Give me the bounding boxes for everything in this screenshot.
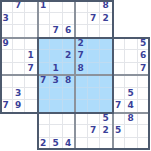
cell-r10c8[interactable]: [88, 113, 101, 126]
cell-r12c10[interactable]: [113, 138, 126, 151]
cell-r2c6[interactable]: [63, 13, 76, 26]
cell-r6c4[interactable]: [38, 63, 51, 76]
cell-r12c7[interactable]: [75, 138, 88, 151]
cell-r2c3[interactable]: [25, 13, 38, 26]
cell-r1c6[interactable]: [63, 0, 76, 13]
cell-r5c5[interactable]: [50, 50, 63, 63]
cell-r12c5[interactable]: 5: [50, 138, 63, 151]
cell-r6c11[interactable]: [125, 63, 138, 76]
cell-r8c9[interactable]: [100, 88, 113, 101]
cell-r4c6[interactable]: [63, 38, 76, 51]
cell-r5c4[interactable]: [38, 50, 51, 63]
cell-r10c1: [0, 113, 13, 126]
cell-r5c11[interactable]: [125, 50, 138, 63]
cell-r3c10: [113, 25, 126, 38]
cell-r11c4[interactable]: [38, 125, 51, 138]
cell-r12c12[interactable]: [138, 138, 151, 151]
cell-r1c12: [138, 0, 151, 13]
cell-r7c10[interactable]: [113, 75, 126, 88]
cell-r1c11: [125, 0, 138, 13]
cell-r1c4[interactable]: 1: [38, 0, 51, 13]
cell-r4c3[interactable]: [25, 38, 38, 51]
cell-r8c5[interactable]: [50, 88, 63, 101]
cell-r4c9[interactable]: [100, 38, 113, 51]
cell-r10c7[interactable]: [75, 113, 88, 126]
cell-r9c3[interactable]: [25, 100, 38, 113]
cell-r8c10[interactable]: [113, 88, 126, 101]
cell-r11c11[interactable]: [125, 125, 138, 138]
cell-r6c1[interactable]: [0, 63, 13, 76]
cell-r2c11: [125, 13, 138, 26]
cell-r9c11[interactable]: 4: [125, 100, 138, 113]
cell-r5c7[interactable]: 7: [75, 50, 88, 63]
cell-r5c10[interactable]: [113, 50, 126, 63]
cell-r1c1[interactable]: [0, 0, 13, 13]
cell-r6c8[interactable]: [88, 63, 101, 76]
cell-r10c6[interactable]: [63, 113, 76, 126]
cell-r5c6[interactable]: 2: [63, 50, 76, 63]
cell-r12c9[interactable]: [100, 138, 113, 151]
sudoku-board: 718372769251276718773835797458725254: [0, 0, 150, 150]
cell-r8c2[interactable]: 3: [13, 88, 26, 101]
cell-r11c1: [0, 125, 13, 138]
cell-r11c12[interactable]: [138, 125, 151, 138]
cell-r7c12[interactable]: [138, 75, 151, 88]
cell-r4c11[interactable]: [125, 38, 138, 51]
cell-r1c8[interactable]: [88, 0, 101, 13]
cell-r3c12: [138, 25, 151, 38]
cell-r3c2[interactable]: [13, 25, 26, 38]
cell-r4c10[interactable]: [113, 38, 126, 51]
cell-r12c2: [13, 138, 26, 151]
cell-r12c6[interactable]: 4: [63, 138, 76, 151]
cell-r6c9[interactable]: [100, 63, 113, 76]
cell-r9c2[interactable]: 9: [13, 100, 26, 113]
cell-r1c7[interactable]: [75, 0, 88, 13]
cell-r7c11[interactable]: [125, 75, 138, 88]
cell-r5c9[interactable]: [100, 50, 113, 63]
cell-r9c9[interactable]: [100, 100, 113, 113]
cell-r12c8[interactable]: [88, 138, 101, 151]
cell-r6c7[interactable]: 8: [75, 63, 88, 76]
cell-r11c5[interactable]: [50, 125, 63, 138]
cell-r8c12[interactable]: [138, 88, 151, 101]
cell-r1c2[interactable]: 7: [13, 0, 26, 13]
cell-r6c5[interactable]: 1: [50, 63, 63, 76]
cell-r5c3[interactable]: 1: [25, 50, 38, 63]
cell-r7c1[interactable]: [0, 75, 13, 88]
cell-r2c12: [138, 13, 151, 26]
cell-r7c2[interactable]: [13, 75, 26, 88]
cell-r10c5[interactable]: [50, 113, 63, 126]
cell-r10c3: [25, 113, 38, 126]
cell-r4c7[interactable]: 2: [75, 38, 88, 51]
cell-r3c8[interactable]: [88, 25, 101, 38]
cell-r12c11[interactable]: [125, 138, 138, 151]
cell-r7c3[interactable]: [25, 75, 38, 88]
cell-r12c4[interactable]: 2: [38, 138, 51, 151]
cell-r1c5[interactable]: [50, 0, 63, 13]
cell-r12c3: [25, 138, 38, 151]
cell-r3c5[interactable]: 7: [50, 25, 63, 38]
cell-r6c2[interactable]: [13, 63, 26, 76]
cell-r6c3[interactable]: 7: [25, 63, 38, 76]
cell-r6c6[interactable]: [63, 63, 76, 76]
cell-r3c7[interactable]: [75, 25, 88, 38]
cell-r4c1[interactable]: 9: [0, 38, 13, 51]
cell-r10c4[interactable]: [38, 113, 51, 126]
cell-r2c5[interactable]: [50, 13, 63, 26]
cell-r3c3[interactable]: [25, 25, 38, 38]
cell-r4c5[interactable]: [50, 38, 63, 51]
cell-r7c9[interactable]: [100, 75, 113, 88]
cell-r3c11: [125, 25, 138, 38]
cell-r9c5[interactable]: [50, 100, 63, 113]
cell-r6c10[interactable]: [113, 63, 126, 76]
cell-r7c7[interactable]: [75, 75, 88, 88]
cell-r2c7[interactable]: [75, 13, 88, 26]
cell-r9c10[interactable]: 7: [113, 100, 126, 113]
cell-r5c1[interactable]: [0, 50, 13, 63]
cell-r7c4[interactable]: 7: [38, 75, 51, 88]
cell-grid: 718372769251276718773835797458725254: [0, 0, 150, 150]
cell-r10c2: [13, 113, 26, 126]
cell-r7c5[interactable]: 3: [50, 75, 63, 88]
cell-r8c1[interactable]: [0, 88, 13, 101]
cell-r1c3[interactable]: [25, 0, 38, 13]
cell-r7c8[interactable]: [88, 75, 101, 88]
cell-r4c8[interactable]: [88, 38, 101, 51]
cell-r2c2[interactable]: [13, 13, 26, 26]
cell-r11c6[interactable]: [63, 125, 76, 138]
cell-r11c2: [13, 125, 26, 138]
cell-r11c9[interactable]: 2: [100, 125, 113, 138]
cell-r9c1[interactable]: 7: [0, 100, 13, 113]
cell-r8c3[interactable]: [25, 88, 38, 101]
cell-r11c3: [25, 125, 38, 138]
cell-r3c6[interactable]: 6: [63, 25, 76, 38]
cell-r11c10[interactable]: 5: [113, 125, 126, 138]
cell-r10c10[interactable]: [113, 113, 126, 126]
cell-r2c9[interactable]: 2: [100, 13, 113, 26]
cell-r8c7[interactable]: [75, 88, 88, 101]
cell-r1c10: [113, 0, 126, 13]
cell-r10c9[interactable]: 5: [100, 113, 113, 126]
cell-r7c6[interactable]: 8: [63, 75, 76, 88]
cell-r2c10: [113, 13, 126, 26]
cell-r9c8[interactable]: [88, 100, 101, 113]
cell-r9c12[interactable]: [138, 100, 151, 113]
cell-r8c6[interactable]: [63, 88, 76, 101]
cell-r8c11[interactable]: 5: [125, 88, 138, 101]
cell-r11c8[interactable]: 7: [88, 125, 101, 138]
cell-r5c12[interactable]: 6: [138, 50, 151, 63]
cell-r4c2[interactable]: [13, 38, 26, 51]
cell-r9c4[interactable]: [38, 100, 51, 113]
cell-r3c1[interactable]: [0, 25, 13, 38]
cell-r10c11[interactable]: 8: [125, 113, 138, 126]
cell-r9c7[interactable]: [75, 100, 88, 113]
cell-r6c12[interactable]: 7: [138, 63, 151, 76]
cell-r2c1[interactable]: 3: [0, 13, 13, 26]
cell-r5c2[interactable]: [13, 50, 26, 63]
cell-r12c1: [0, 138, 13, 151]
cell-r2c4[interactable]: [38, 13, 51, 26]
cell-r9c6[interactable]: [63, 100, 76, 113]
cell-r5c8[interactable]: [88, 50, 101, 63]
cell-r1c9[interactable]: 8: [100, 0, 113, 13]
cell-r3c9[interactable]: [100, 25, 113, 38]
cell-r11c7[interactable]: [75, 125, 88, 138]
cell-r2c8[interactable]: 7: [88, 13, 101, 26]
cell-r4c12[interactable]: 5: [138, 38, 151, 51]
cell-r8c8[interactable]: [88, 88, 101, 101]
cell-r3c4[interactable]: [38, 25, 51, 38]
cell-r10c12[interactable]: [138, 113, 151, 126]
cell-r8c4[interactable]: [38, 88, 51, 101]
cell-r4c4[interactable]: [38, 38, 51, 51]
